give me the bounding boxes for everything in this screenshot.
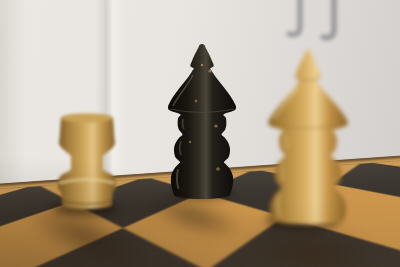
- white-king-piece: [256, 47, 360, 227]
- black-king-piece: [160, 41, 244, 201]
- photo-canvas: [0, 0, 400, 267]
- white-rook-piece: [42, 112, 132, 214]
